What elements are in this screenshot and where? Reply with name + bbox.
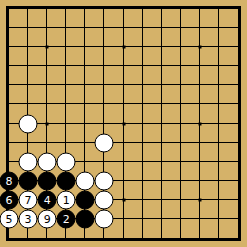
stone-white[interactable] [38,152,57,171]
stone-black[interactable]: 6 [0,190,19,209]
move-number: 8 [6,175,13,186]
move-number: 5 [6,213,13,224]
stone-white[interactable] [19,152,38,171]
move-number: 4 [44,194,51,205]
go-diagram: 867415392 [0,0,247,247]
move-number: 1 [63,194,70,205]
stone-white[interactable]: 3 [19,209,38,228]
stone-layer: 867415392 [9,9,238,238]
stone-white[interactable]: 7 [19,190,38,209]
stone-black[interactable] [76,209,95,228]
stone-black[interactable] [57,171,76,190]
stone-white[interactable] [95,209,114,228]
stone-white[interactable] [95,171,114,190]
move-number: 9 [44,213,51,224]
stone-black[interactable]: 4 [38,190,57,209]
stone-black[interactable] [19,171,38,190]
stone-white[interactable] [19,114,38,133]
stone-white[interactable] [57,152,76,171]
move-number: 3 [25,213,32,224]
stone-black[interactable]: 2 [57,209,76,228]
stone-white[interactable]: 1 [57,190,76,209]
go-board[interactable]: 867415392 [6,6,241,241]
stone-white[interactable] [95,190,114,209]
stone-black[interactable] [76,190,95,209]
move-number: 7 [25,194,32,205]
move-number: 6 [6,194,13,205]
move-number: 2 [63,213,70,224]
stone-white[interactable]: 9 [38,209,57,228]
stone-black[interactable] [38,171,57,190]
stone-white[interactable]: 5 [0,209,19,228]
stone-black[interactable]: 8 [0,171,19,190]
stone-white[interactable] [76,171,95,190]
stone-white[interactable] [95,133,114,152]
